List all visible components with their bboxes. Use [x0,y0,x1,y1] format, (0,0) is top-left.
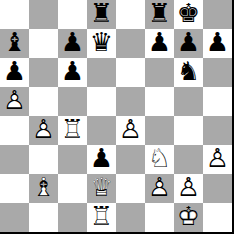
square-a3[interactable] [0,145,29,174]
square-a4[interactable] [0,116,29,145]
square-h7[interactable]: ♟ [203,29,232,58]
square-g1[interactable]: ♚♔ [174,203,203,232]
square-g2[interactable]: ♟♙ [174,174,203,203]
square-d4[interactable] [87,116,116,145]
white-rook-d1: ♜♖ [87,203,116,232]
black-pawn-d3: ♟ [87,145,116,174]
square-h5[interactable] [203,87,232,116]
square-c7[interactable]: ♟ [58,29,87,58]
black-rook-d8: ♜ [87,0,116,29]
black-pawn-f7: ♟ [145,29,174,58]
black-pawn-g7: ♟ [174,29,203,58]
square-d1[interactable]: ♜♖ [87,203,116,232]
square-e2[interactable] [116,174,145,203]
black-pawn-c6: ♟ [58,58,87,87]
square-d7[interactable]: ♛ [87,29,116,58]
square-c6[interactable]: ♟ [58,58,87,87]
square-c5[interactable] [58,87,87,116]
square-f2[interactable]: ♟♙ [145,174,174,203]
square-h8[interactable] [203,0,232,29]
square-a1[interactable] [0,203,29,232]
black-pawn-h7: ♟ [203,29,232,58]
square-d2[interactable]: ♛♕ [87,174,116,203]
square-d3[interactable]: ♟ [87,145,116,174]
square-e7[interactable] [116,29,145,58]
square-g5[interactable] [174,87,203,116]
white-knight-f3: ♞♘ [145,145,174,174]
square-a2[interactable] [0,174,29,203]
square-b6[interactable] [29,58,58,87]
square-e3[interactable] [116,145,145,174]
square-e8[interactable] [116,0,145,29]
white-pawn-e4: ♟♙ [116,116,145,145]
square-f3[interactable]: ♞♘ [145,145,174,174]
white-pawn-a5: ♟♙ [0,87,29,116]
square-d6[interactable] [87,58,116,87]
square-e1[interactable] [116,203,145,232]
square-a7[interactable]: ♝ [0,29,29,58]
white-pawn-f2: ♟♙ [145,174,174,203]
square-b2[interactable]: ♝♗ [29,174,58,203]
square-h1[interactable] [203,203,232,232]
square-d5[interactable] [87,87,116,116]
chess-board: ♜♜♚♝♟♛♟♟♟♟♟♞♟♙♟♙♜♖♟♙♟♞♘♟♙♝♗♛♕♟♙♟♙♜♖♚♔ [0,0,234,234]
square-h3[interactable]: ♟♙ [203,145,232,174]
square-c1[interactable] [58,203,87,232]
square-g8[interactable]: ♚ [174,0,203,29]
white-pawn-h3: ♟♙ [203,145,232,174]
square-e5[interactable] [116,87,145,116]
square-f1[interactable] [145,203,174,232]
square-h6[interactable] [203,58,232,87]
square-f6[interactable] [145,58,174,87]
square-f4[interactable] [145,116,174,145]
white-queen-d2: ♛♕ [87,174,116,203]
white-rook-c4: ♜♖ [58,116,87,145]
black-pawn-c7: ♟ [58,29,87,58]
square-g6[interactable]: ♞ [174,58,203,87]
square-b3[interactable] [29,145,58,174]
white-pawn-g2: ♟♙ [174,174,203,203]
white-bishop-b2: ♝♗ [29,174,58,203]
black-pawn-a6: ♟ [0,58,29,87]
black-rook-f8: ♜ [145,0,174,29]
square-b5[interactable] [29,87,58,116]
square-h4[interactable] [203,116,232,145]
square-f8[interactable]: ♜ [145,0,174,29]
square-c4[interactable]: ♜♖ [58,116,87,145]
square-c2[interactable] [58,174,87,203]
square-a5[interactable]: ♟♙ [0,87,29,116]
square-h2[interactable] [203,174,232,203]
square-g7[interactable]: ♟ [174,29,203,58]
black-king-g8: ♚ [174,0,203,29]
square-a8[interactable] [0,0,29,29]
square-d8[interactable]: ♜ [87,0,116,29]
black-bishop-a7: ♝ [0,29,29,58]
square-b8[interactable] [29,0,58,29]
square-c3[interactable] [58,145,87,174]
square-b4[interactable]: ♟♙ [29,116,58,145]
black-queen-d7: ♛ [87,29,116,58]
square-b7[interactable] [29,29,58,58]
square-e6[interactable] [116,58,145,87]
square-g4[interactable] [174,116,203,145]
square-g3[interactable] [174,145,203,174]
square-f5[interactable] [145,87,174,116]
square-e4[interactable]: ♟♙ [116,116,145,145]
square-b1[interactable] [29,203,58,232]
square-f7[interactable]: ♟ [145,29,174,58]
white-king-g1: ♚♔ [174,203,203,232]
square-c8[interactable] [58,0,87,29]
black-knight-g6: ♞ [174,58,203,87]
white-pawn-b4: ♟♙ [29,116,58,145]
square-a6[interactable]: ♟ [0,58,29,87]
